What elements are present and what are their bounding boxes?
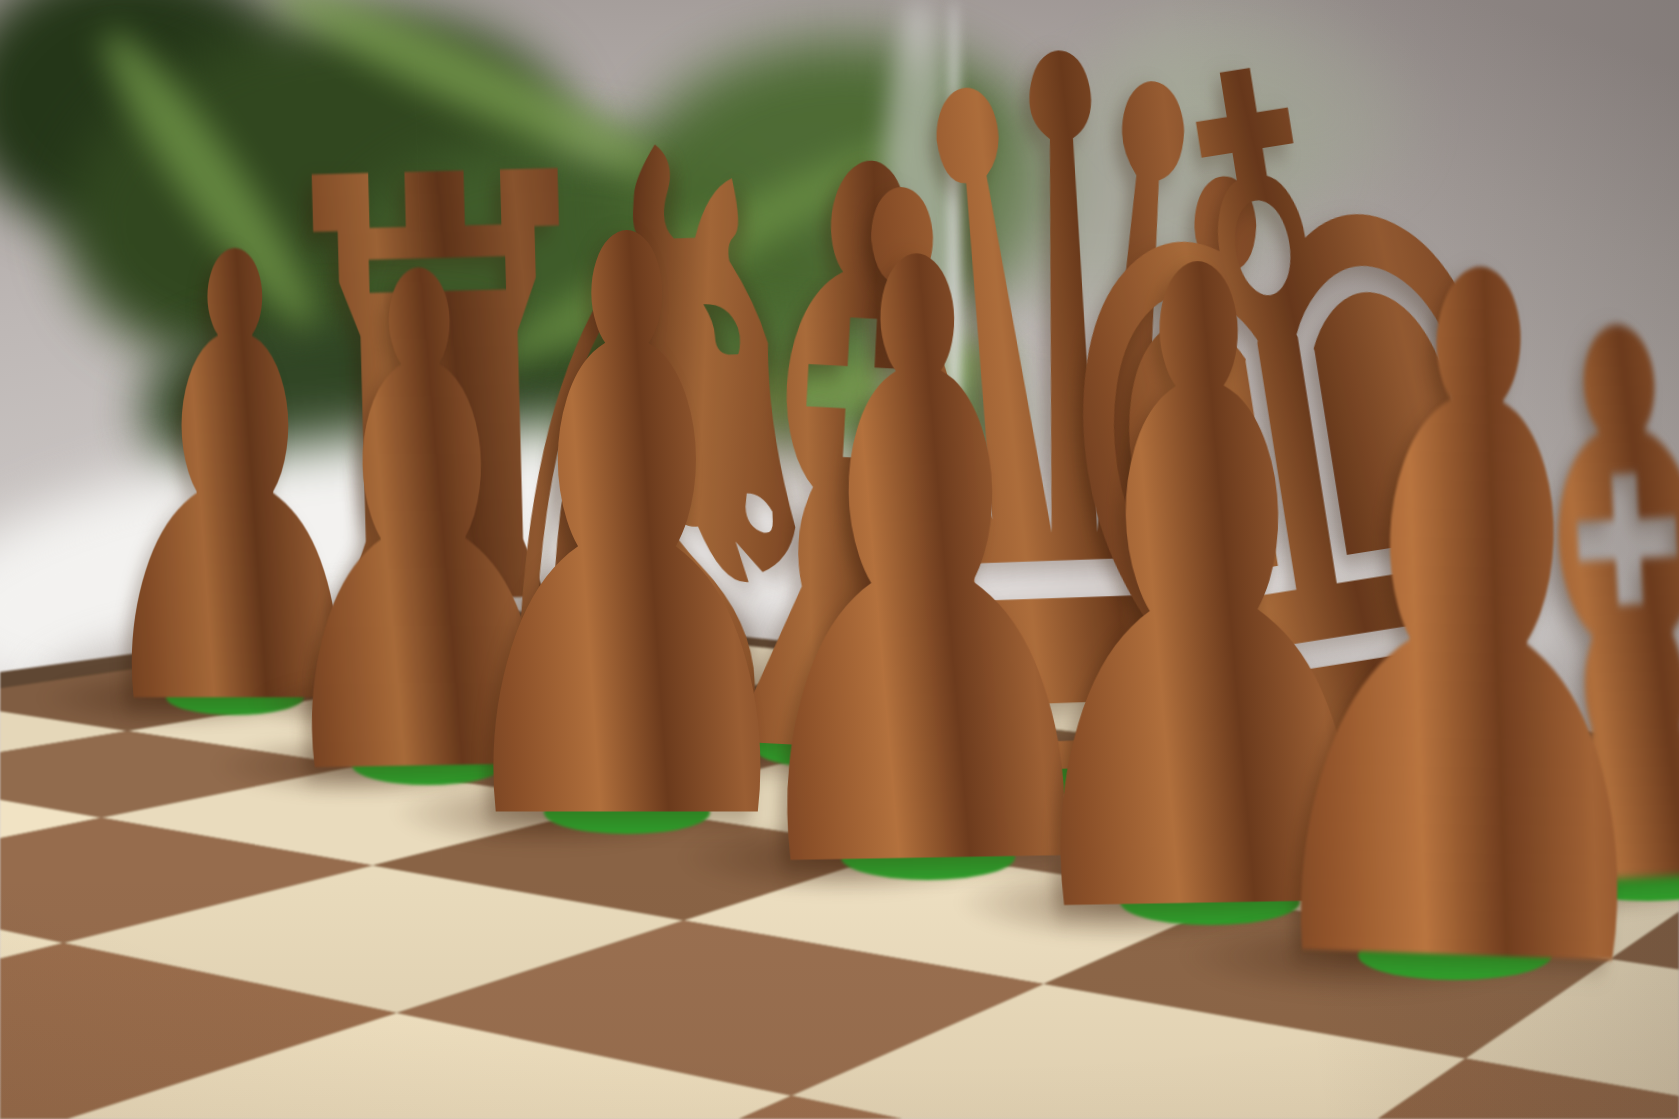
pieces-layer: ♟♜♟♞♟♝♟♛♟♚♟♝ [0,0,1679,1119]
chess-set-photo-scene: ♟♜♟♞♟♝♟♛♟♚♟♝ [0,0,1679,1119]
piece-pawn-f2: ♟ [1216,150,1679,1108]
